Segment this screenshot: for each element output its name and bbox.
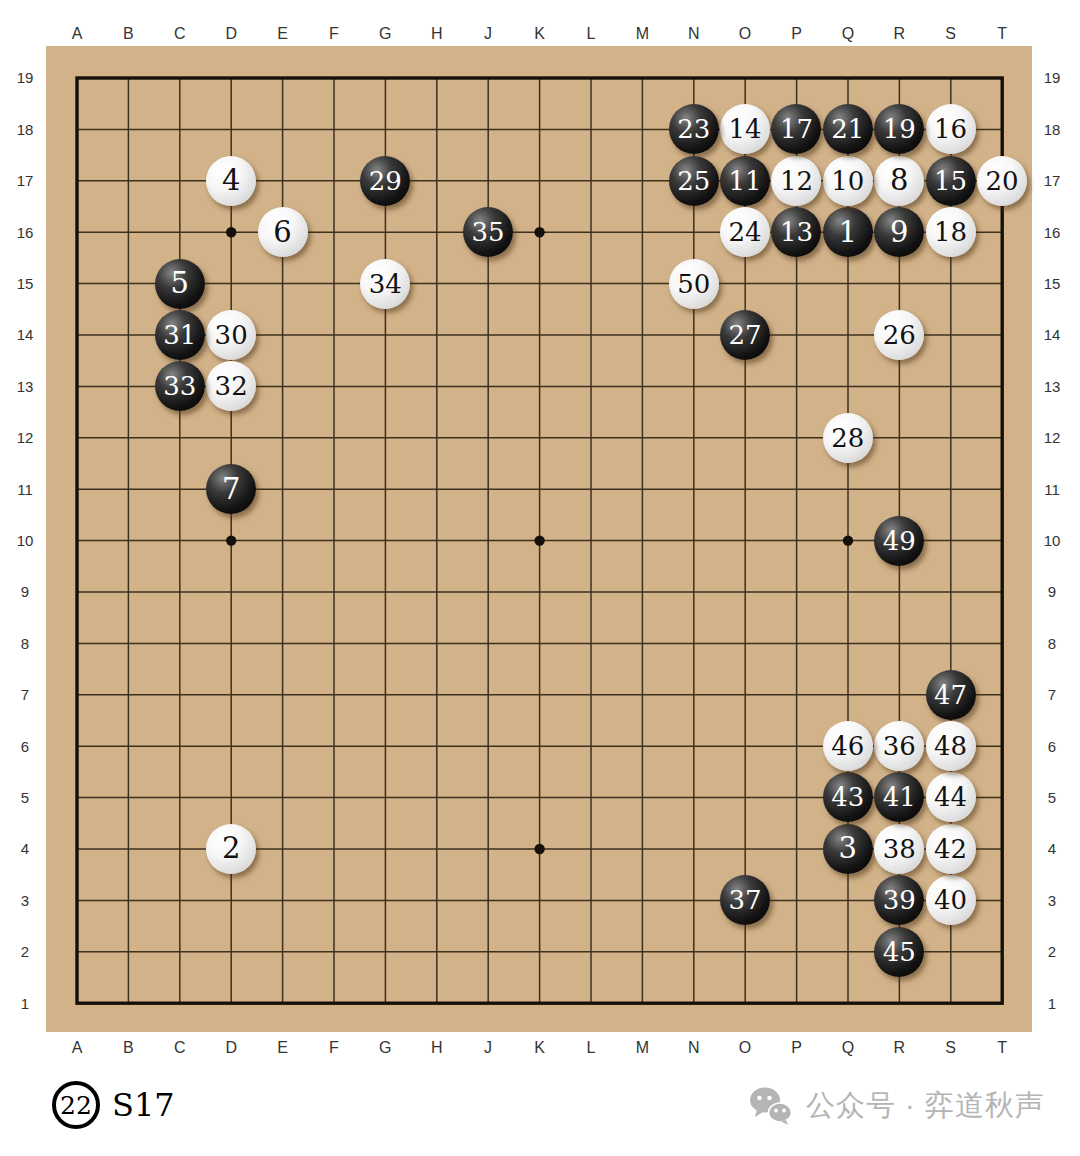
stone-number: 26 bbox=[883, 322, 916, 348]
stone-white-40: 40 bbox=[926, 875, 976, 925]
stone-white-16: 16 bbox=[926, 104, 976, 154]
stone-number: 30 bbox=[215, 322, 248, 348]
stone-white-38: 38 bbox=[874, 824, 924, 874]
column-label: B bbox=[103, 1038, 154, 1058]
stone-number: 35 bbox=[472, 219, 505, 245]
row-label: 8 bbox=[1034, 618, 1070, 669]
column-label: H bbox=[411, 1038, 462, 1058]
stone-white-4: 4 bbox=[206, 156, 256, 206]
row-label: 1 bbox=[1034, 977, 1070, 1028]
stone-black-21: 21 bbox=[823, 104, 873, 154]
stone-white-12: 12 bbox=[771, 156, 821, 206]
stone-black-9: 9 bbox=[874, 207, 924, 257]
stone-black-13: 13 bbox=[771, 207, 821, 257]
stone-white-8: 8 bbox=[874, 156, 924, 206]
column-label: R bbox=[874, 1038, 925, 1058]
stone-white-46: 46 bbox=[823, 721, 873, 771]
column-label: D bbox=[205, 1038, 256, 1058]
stone-number: 48 bbox=[934, 733, 967, 759]
stone-number: 38 bbox=[883, 836, 916, 862]
stone-black-39: 39 bbox=[874, 875, 924, 925]
row-label: 15 bbox=[7, 258, 43, 309]
stone-number: 13 bbox=[780, 219, 813, 245]
row-label: 9 bbox=[1034, 566, 1070, 617]
stone-number: 41 bbox=[883, 784, 916, 810]
column-label: M bbox=[617, 1038, 668, 1058]
row-label: 12 bbox=[7, 412, 43, 463]
row-label: 5 bbox=[7, 772, 43, 823]
stone-black-17: 17 bbox=[771, 104, 821, 154]
go-board: 1234567891011121314151617181920212324252… bbox=[46, 46, 1032, 1032]
stone-number: 23 bbox=[677, 116, 710, 142]
column-labels-top: ABCDEFGHJKLMNOPQRST bbox=[51, 24, 1028, 44]
column-label: F bbox=[308, 1038, 359, 1058]
row-label: 2 bbox=[1034, 926, 1070, 977]
stone-number: 9 bbox=[890, 218, 908, 247]
stone-number: 2 bbox=[222, 834, 240, 863]
stone-number: 17 bbox=[780, 116, 813, 142]
column-label: M bbox=[617, 24, 668, 44]
row-label: 19 bbox=[1034, 52, 1070, 103]
row-label: 13 bbox=[7, 361, 43, 412]
row-label: 10 bbox=[7, 515, 43, 566]
circled-move-22: 22 bbox=[52, 1081, 100, 1129]
row-label: 6 bbox=[7, 720, 43, 771]
caption-coordinate: S17 bbox=[112, 1086, 175, 1124]
stone-number: 12 bbox=[780, 168, 813, 194]
stone-white-30: 30 bbox=[206, 310, 256, 360]
stone-black-41: 41 bbox=[874, 772, 924, 822]
stone-black-15: 15 bbox=[926, 156, 976, 206]
row-label: 3 bbox=[1034, 875, 1070, 926]
stone-number: 8 bbox=[890, 166, 908, 195]
stone-black-19: 19 bbox=[874, 104, 924, 154]
stone-white-50: 50 bbox=[669, 259, 719, 309]
stone-number: 42 bbox=[934, 836, 967, 862]
wechat-icon bbox=[748, 1086, 794, 1126]
stone-black-3: 3 bbox=[823, 824, 873, 874]
row-label: 2 bbox=[7, 926, 43, 977]
row-label: 7 bbox=[1034, 669, 1070, 720]
row-label: 1 bbox=[7, 977, 43, 1028]
stone-number: 4 bbox=[222, 166, 240, 195]
stone-number: 10 bbox=[831, 168, 864, 194]
column-label: J bbox=[462, 24, 513, 44]
stone-black-43: 43 bbox=[823, 772, 873, 822]
row-label: 10 bbox=[1034, 515, 1070, 566]
stone-number: 18 bbox=[934, 219, 967, 245]
stone-black-1: 1 bbox=[823, 207, 873, 257]
column-label: L bbox=[565, 1038, 616, 1058]
row-label: 13 bbox=[1034, 361, 1070, 412]
column-label: S bbox=[925, 1038, 976, 1058]
column-label: H bbox=[411, 24, 462, 44]
column-label: K bbox=[514, 24, 565, 44]
row-label: 8 bbox=[7, 618, 43, 669]
stone-number: 40 bbox=[934, 887, 967, 913]
stone-black-7: 7 bbox=[206, 464, 256, 514]
watermark: 公众号 · 弈道秋声 bbox=[748, 1086, 1045, 1126]
column-label: T bbox=[976, 1038, 1027, 1058]
stone-number: 43 bbox=[831, 784, 864, 810]
stone-white-44: 44 bbox=[926, 772, 976, 822]
stone-number: 39 bbox=[883, 887, 916, 913]
column-label: E bbox=[257, 1038, 308, 1058]
row-label: 3 bbox=[7, 875, 43, 926]
go-diagram-page: 1234567891011121314151617181920212324252… bbox=[0, 0, 1080, 1156]
column-label: B bbox=[103, 24, 154, 44]
stone-white-48: 48 bbox=[926, 721, 976, 771]
stone-black-29: 29 bbox=[360, 156, 410, 206]
column-labels-bottom: ABCDEFGHJKLMNOPQRST bbox=[51, 1038, 1028, 1058]
column-label: J bbox=[462, 1038, 513, 1058]
stone-black-37: 37 bbox=[720, 875, 770, 925]
column-label: P bbox=[771, 24, 822, 44]
row-label: 11 bbox=[7, 463, 43, 514]
row-label: 12 bbox=[1034, 412, 1070, 463]
stone-number: 47 bbox=[934, 682, 967, 708]
stone-number: 27 bbox=[729, 322, 762, 348]
column-label: R bbox=[874, 24, 925, 44]
stone-black-49: 49 bbox=[874, 516, 924, 566]
row-label: 16 bbox=[7, 206, 43, 257]
stone-white-6: 6 bbox=[258, 207, 308, 257]
stone-black-47: 47 bbox=[926, 670, 976, 720]
column-label: T bbox=[976, 24, 1027, 44]
stone-black-35: 35 bbox=[463, 207, 513, 257]
stone-white-14: 14 bbox=[720, 104, 770, 154]
column-label: F bbox=[308, 24, 359, 44]
stone-number: 33 bbox=[163, 373, 196, 399]
column-label: G bbox=[360, 1038, 411, 1058]
row-label: 5 bbox=[1034, 772, 1070, 823]
stone-number: 15 bbox=[934, 168, 967, 194]
stone-white-18: 18 bbox=[926, 207, 976, 257]
row-labels-right: 19181716151413121110987654321 bbox=[1034, 52, 1070, 1029]
column-label: L bbox=[565, 24, 616, 44]
stone-white-36: 36 bbox=[874, 721, 924, 771]
row-label: 17 bbox=[7, 155, 43, 206]
stone-number: 20 bbox=[985, 168, 1018, 194]
row-label: 11 bbox=[1034, 463, 1070, 514]
column-label: G bbox=[360, 24, 411, 44]
column-label: C bbox=[154, 1038, 205, 1058]
stone-black-25: 25 bbox=[669, 156, 719, 206]
row-label: 14 bbox=[7, 309, 43, 360]
column-label: O bbox=[719, 24, 770, 44]
stones-layer: 1234567891011121314151617181920212324252… bbox=[51, 52, 1028, 1029]
column-label: O bbox=[719, 1038, 770, 1058]
stone-number: 32 bbox=[215, 373, 248, 399]
stone-number: 11 bbox=[729, 168, 762, 194]
row-label: 19 bbox=[7, 52, 43, 103]
watermark-text: 公众号 · 弈道秋声 bbox=[806, 1086, 1045, 1126]
stone-number: 37 bbox=[729, 887, 762, 913]
stone-black-11: 11 bbox=[720, 156, 770, 206]
row-label: 18 bbox=[7, 104, 43, 155]
stone-number: 28 bbox=[831, 425, 864, 451]
stone-number: 3 bbox=[839, 834, 857, 863]
stone-number: 16 bbox=[934, 116, 967, 142]
stone-white-28: 28 bbox=[823, 413, 873, 463]
row-label: 9 bbox=[7, 566, 43, 617]
stone-black-33: 33 bbox=[155, 361, 205, 411]
column-label: Q bbox=[822, 24, 873, 44]
stone-number: 46 bbox=[831, 733, 864, 759]
stone-number: 5 bbox=[171, 269, 189, 298]
stone-number: 21 bbox=[831, 116, 864, 142]
stone-white-2: 2 bbox=[206, 824, 256, 874]
stone-number: 24 bbox=[729, 219, 762, 245]
stone-number: 36 bbox=[883, 733, 916, 759]
row-label: 17 bbox=[1034, 155, 1070, 206]
stone-white-10: 10 bbox=[823, 156, 873, 206]
stone-black-31: 31 bbox=[155, 310, 205, 360]
row-label: 14 bbox=[1034, 309, 1070, 360]
column-label: D bbox=[205, 24, 256, 44]
stone-number: 25 bbox=[677, 168, 710, 194]
row-label: 18 bbox=[1034, 104, 1070, 155]
stone-black-27: 27 bbox=[720, 310, 770, 360]
row-label: 7 bbox=[7, 669, 43, 720]
column-label: C bbox=[154, 24, 205, 44]
column-label: Q bbox=[822, 1038, 873, 1058]
stone-number: 29 bbox=[369, 168, 402, 194]
row-label: 4 bbox=[1034, 823, 1070, 874]
column-label: K bbox=[514, 1038, 565, 1058]
stone-black-45: 45 bbox=[874, 927, 924, 977]
row-label: 16 bbox=[1034, 206, 1070, 257]
stone-number: 31 bbox=[163, 322, 196, 348]
row-label: 4 bbox=[7, 823, 43, 874]
stone-number: 19 bbox=[883, 116, 916, 142]
stone-number: 6 bbox=[273, 218, 291, 247]
stone-black-23: 23 bbox=[669, 104, 719, 154]
stone-number: 1 bbox=[839, 218, 857, 247]
stone-number: 49 bbox=[883, 528, 916, 554]
row-label: 15 bbox=[1034, 258, 1070, 309]
stone-white-42: 42 bbox=[926, 824, 976, 874]
column-label: P bbox=[771, 1038, 822, 1058]
stone-number: 50 bbox=[677, 271, 710, 297]
column-label: N bbox=[668, 1038, 719, 1058]
stone-number: 34 bbox=[369, 271, 402, 297]
column-label: E bbox=[257, 24, 308, 44]
column-label: S bbox=[925, 24, 976, 44]
column-label: A bbox=[51, 24, 102, 44]
stone-white-24: 24 bbox=[720, 207, 770, 257]
stone-number: 7 bbox=[222, 475, 240, 504]
stone-black-5: 5 bbox=[155, 259, 205, 309]
stone-white-34: 34 bbox=[360, 259, 410, 309]
stone-number: 14 bbox=[729, 116, 762, 142]
column-label: A bbox=[51, 1038, 102, 1058]
stone-white-26: 26 bbox=[874, 310, 924, 360]
stone-white-20: 20 bbox=[977, 156, 1027, 206]
stone-number: 44 bbox=[934, 784, 967, 810]
stone-white-32: 32 bbox=[206, 361, 256, 411]
column-label: N bbox=[668, 24, 719, 44]
row-labels-left: 19181716151413121110987654321 bbox=[7, 52, 43, 1029]
stone-number: 45 bbox=[883, 939, 916, 965]
row-label: 6 bbox=[1034, 720, 1070, 771]
move-caption: 22 S17 bbox=[52, 1081, 175, 1129]
